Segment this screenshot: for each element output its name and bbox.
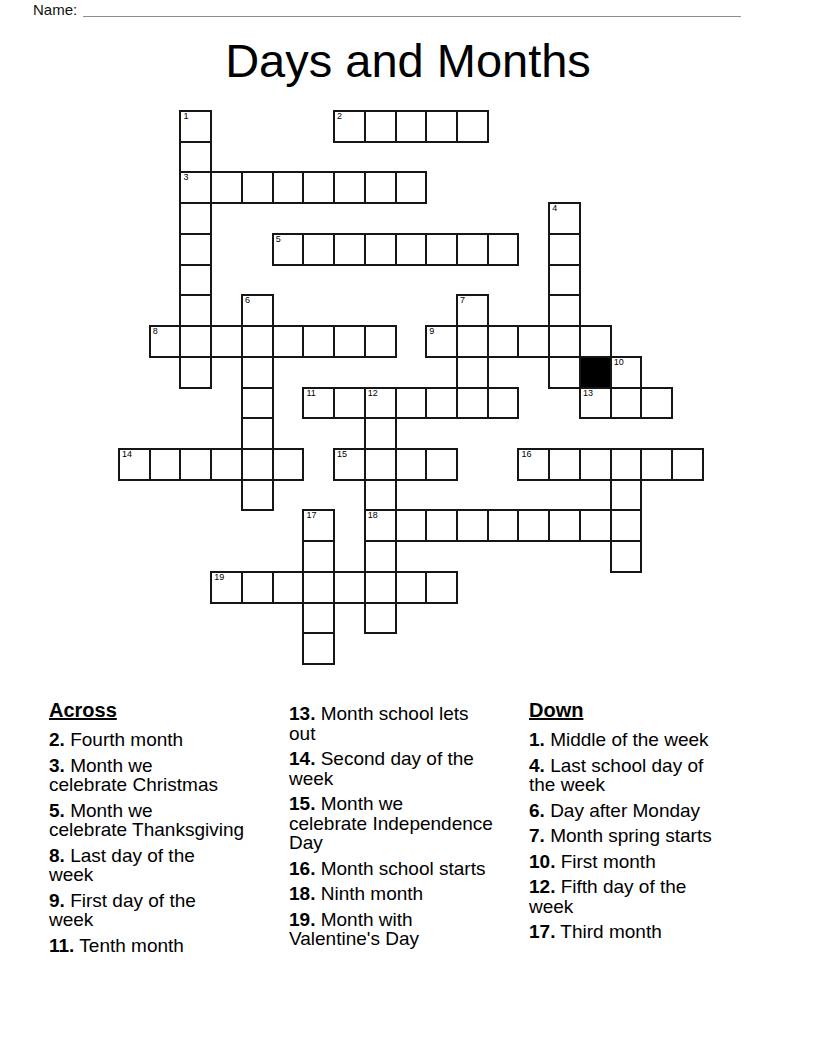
clue-across-2: 2. Fourth month <box>49 730 244 750</box>
grid-cell-r4c10[interactable] <box>425 233 458 266</box>
clue-across-5-line-2: celebrate Thanksgiving <box>49 820 244 840</box>
clue-down-10-line-1: 10. First month <box>529 852 712 872</box>
cell-number-14: 14 <box>122 449 132 460</box>
clue-down-6: 6. Day after Monday <box>529 801 712 821</box>
grid-cell-r11c10[interactable] <box>425 448 458 481</box>
clue-down-1-line-1: 1. Middle of the week <box>529 730 712 750</box>
clue-across-19-line-1: 19. Month with <box>289 910 493 930</box>
grid-cell-r14c6[interactable] <box>302 540 335 573</box>
clue-number: 1. <box>529 729 545 750</box>
clue-number: 3. <box>49 755 65 776</box>
grid-cell-r11c0[interactable]: 14 <box>118 448 151 481</box>
grid-cell-r10c4[interactable] <box>241 417 274 450</box>
grid-cell-r10c8[interactable] <box>364 417 397 450</box>
clue-across-13: 13. Month school letsout <box>289 704 493 743</box>
grid-cell-r11c7[interactable]: 15 <box>333 448 366 481</box>
grid-cell-r6c4[interactable]: 6 <box>241 294 274 327</box>
clue-number: 9. <box>49 890 65 911</box>
grid-cell-r7c1[interactable]: 8 <box>149 325 182 358</box>
across-clues-column-1: Across 2. Fourth month3. Month wecelebra… <box>49 699 244 961</box>
clue-down-12: 12. Fifth day of theweek <box>529 877 712 916</box>
clue-across-11-line-1: 11. Tenth month <box>49 936 244 956</box>
cell-number-11: 11 <box>306 388 315 399</box>
grid-cell-r13c6[interactable]: 17 <box>302 509 335 542</box>
grid-cell-r15c5[interactable] <box>272 571 305 604</box>
down-clues-column: Down 1. Middle of the week4. Last school… <box>529 699 712 948</box>
grid-cell-r15c4[interactable] <box>241 571 274 604</box>
crossword-worksheet-page: Name: Days and Months 123456789101112131… <box>0 0 816 1056</box>
grid-cell-r15c3[interactable]: 19 <box>210 571 243 604</box>
clue-number: 11. <box>49 935 74 956</box>
grid-cell-r14c16[interactable] <box>610 540 643 573</box>
cell-number-12: 12 <box>368 388 378 399</box>
grid-cell-r8c16[interactable]: 10 <box>610 356 643 389</box>
black-cell-r8c15 <box>579 356 612 389</box>
cell-number-15: 15 <box>337 449 347 460</box>
across-heading: Across <box>49 699 244 722</box>
cell-number-19: 19 <box>214 572 224 583</box>
grid-cell-r2c3[interactable] <box>210 171 243 204</box>
grid-cell-r9c12[interactable] <box>487 387 520 420</box>
clue-number: 4. <box>529 755 545 776</box>
grid-cell-r2c2[interactable]: 3 <box>179 171 212 204</box>
clue-number: 16. <box>289 858 315 879</box>
grid-cell-r3c2[interactable] <box>179 202 212 235</box>
clue-across-8-line-2: week <box>49 865 244 885</box>
grid-cell-r11c5[interactable] <box>272 448 305 481</box>
cell-number-10: 10 <box>614 357 624 368</box>
clue-across-16-line-1: 16. Month school starts <box>289 859 493 879</box>
grid-cell-r15c9[interactable] <box>395 571 428 604</box>
grid-cell-r4c6[interactable] <box>302 233 335 266</box>
clue-number: 12. <box>529 876 555 897</box>
clue-across-5-line-1: 5. Month we <box>49 801 244 821</box>
grid-cell-r15c6[interactable] <box>302 571 335 604</box>
clue-down-4-line-1: 4. Last school day of <box>529 756 712 776</box>
cell-number-16: 16 <box>521 449 531 460</box>
clue-across-8: 8. Last day of theweek <box>49 846 244 885</box>
grid-cell-r11c13[interactable]: 16 <box>517 448 550 481</box>
grid-cell-r9c4[interactable] <box>241 387 274 420</box>
grid-cell-r4c12[interactable] <box>487 233 520 266</box>
grid-cell-r11c9[interactable] <box>395 448 428 481</box>
grid-cell-r8c4[interactable] <box>241 356 274 389</box>
cell-number-17: 17 <box>306 510 316 521</box>
grid-cell-r12c4[interactable] <box>241 479 274 512</box>
grid-cell-r11c3[interactable] <box>210 448 243 481</box>
clue-across-9-line-1: 9. First day of the <box>49 891 244 911</box>
grid-cell-r13c14[interactable] <box>548 509 581 542</box>
grid-cell-r12c8[interactable] <box>364 479 397 512</box>
grid-cell-r0c10[interactable] <box>425 110 458 143</box>
grid-cell-r7c8[interactable] <box>364 325 397 358</box>
grid-cell-r9c7[interactable] <box>333 387 366 420</box>
clue-down-1: 1. Middle of the week <box>529 730 712 750</box>
cell-number-7: 7 <box>460 295 465 306</box>
grid-cell-r0c7[interactable]: 2 <box>333 110 366 143</box>
grid-cell-r2c5[interactable] <box>272 171 305 204</box>
cell-number-1: 1 <box>183 111 188 122</box>
clue-across-2-line-1: 2. Fourth month <box>49 730 244 750</box>
grid-cell-r11c1[interactable] <box>149 448 182 481</box>
clue-down-17: 17. Third month <box>529 922 712 942</box>
grid-cell-r7c15[interactable] <box>579 325 612 358</box>
clue-number: 7. <box>529 825 545 846</box>
grid-cell-r13c11[interactable] <box>456 509 489 542</box>
grid-cell-r7c11[interactable] <box>456 325 489 358</box>
grid-cell-r9c17[interactable] <box>640 387 673 420</box>
clue-across-9: 9. First day of theweek <box>49 891 244 930</box>
clue-across-3: 3. Month wecelebrate Christmas <box>49 756 244 795</box>
grid-cell-r15c8[interactable] <box>364 571 397 604</box>
clue-down-17-line-1: 17. Third month <box>529 922 712 942</box>
grid-cell-r13c9[interactable] <box>395 509 428 542</box>
cell-number-5: 5 <box>276 234 281 245</box>
cell-number-3: 3 <box>183 172 188 183</box>
grid-cell-r7c5[interactable] <box>272 325 305 358</box>
clue-across-15-line-2: celebrate Independence <box>289 814 493 834</box>
grid-cell-r13c15[interactable] <box>579 509 612 542</box>
clue-across-14-line-1: 14. Second day of the <box>289 749 493 769</box>
grid-cell-r13c16[interactable] <box>610 509 643 542</box>
clue-number: 5. <box>49 800 65 821</box>
clue-down-4-line-2: the week <box>529 775 712 795</box>
across-clue-list-1: 2. Fourth month3. Month wecelebrate Chri… <box>49 730 244 955</box>
clue-number: 17. <box>529 921 555 942</box>
grid-cell-r17c6[interactable] <box>302 632 335 665</box>
clue-down-10: 10. First month <box>529 852 712 872</box>
grid-cell-r9c10[interactable] <box>425 387 458 420</box>
grid-cell-r7c3[interactable] <box>210 325 243 358</box>
clue-across-8-line-1: 8. Last day of the <box>49 846 244 866</box>
clue-across-5: 5. Month wecelebrate Thanksgiving <box>49 801 244 840</box>
grid-cell-r11c14[interactable] <box>548 448 581 481</box>
grid-cell-r0c2[interactable]: 1 <box>179 110 212 143</box>
clue-across-13-line-2: out <box>289 724 493 744</box>
name-label: Name: <box>33 1 77 18</box>
cell-number-2: 2 <box>337 111 342 122</box>
grid-cell-r0c11[interactable] <box>456 110 489 143</box>
clue-number: 15. <box>289 793 315 814</box>
grid-cell-r13c10[interactable] <box>425 509 458 542</box>
clue-number: 18. <box>289 883 315 904</box>
grid-cell-r12c16[interactable] <box>610 479 643 512</box>
grid-cell-r4c9[interactable] <box>395 233 428 266</box>
grid-cell-r4c5[interactable]: 5 <box>272 233 305 266</box>
down-clue-list: 1. Middle of the week4. Last school day … <box>529 730 712 942</box>
grid-cell-r9c11[interactable] <box>456 387 489 420</box>
clue-across-3-line-1: 3. Month we <box>49 756 244 776</box>
clue-across-11: 11. Tenth month <box>49 936 244 956</box>
grid-cell-r11c4[interactable] <box>241 448 274 481</box>
grid-cell-r2c7[interactable] <box>333 171 366 204</box>
cell-number-9: 9 <box>429 326 434 337</box>
cell-number-4: 4 <box>552 203 557 214</box>
name-input-line[interactable] <box>83 0 741 17</box>
clue-across-16: 16. Month school starts <box>289 859 493 879</box>
grid-cell-r6c11[interactable]: 7 <box>456 294 489 327</box>
clue-number: 6. <box>529 800 545 821</box>
clue-down-7-line-1: 7. Month spring starts <box>529 826 712 846</box>
grid-cell-r7c2[interactable] <box>179 325 212 358</box>
clue-number: 10. <box>529 851 555 872</box>
clue-across-19-line-2: Valentine's Day <box>289 929 493 949</box>
grid-cell-r11c16[interactable] <box>610 448 643 481</box>
grid-cell-r4c14[interactable] <box>548 233 581 266</box>
grid-cell-r2c9[interactable] <box>395 171 428 204</box>
grid-cell-r4c7[interactable] <box>333 233 366 266</box>
grid-cell-r7c10[interactable]: 9 <box>425 325 458 358</box>
clue-number: 13. <box>289 703 315 724</box>
grid-cell-r8c14[interactable] <box>548 356 581 389</box>
grid-cell-r9c16[interactable] <box>610 387 643 420</box>
clue-across-15: 15. Month wecelebrate IndependenceDay <box>289 794 493 853</box>
puzzle-title: Days and Months <box>0 33 816 88</box>
grid-cell-r2c6[interactable] <box>302 171 335 204</box>
clue-number: 14. <box>289 748 315 769</box>
clue-down-6-line-1: 6. Day after Monday <box>529 801 712 821</box>
clue-across-19: 19. Month withValentine's Day <box>289 910 493 949</box>
clue-across-3-line-2: celebrate Christmas <box>49 775 244 795</box>
grid-cell-r14c8[interactable] <box>364 540 397 573</box>
clue-across-14: 14. Second day of theweek <box>289 749 493 788</box>
grid-cell-r0c8[interactable] <box>364 110 397 143</box>
clue-across-13-line-1: 13. Month school lets <box>289 704 493 724</box>
grid-cell-r13c8[interactable]: 18 <box>364 509 397 542</box>
grid-cell-r7c14[interactable] <box>548 325 581 358</box>
grid-cell-r15c7[interactable] <box>333 571 366 604</box>
cell-number-8: 8 <box>153 326 158 337</box>
grid-cell-r11c2[interactable] <box>179 448 212 481</box>
down-heading: Down <box>529 699 712 722</box>
grid-cell-r13c12[interactable] <box>487 509 520 542</box>
grid-cell-r11c8[interactable] <box>364 448 397 481</box>
grid-cell-r6c14[interactable] <box>548 294 581 327</box>
across-clue-list-2: 13. Month school letsout14. Second day o… <box>289 704 493 949</box>
grid-cell-r7c6[interactable] <box>302 325 335 358</box>
clue-down-4: 4. Last school day ofthe week <box>529 756 712 795</box>
grid-cell-r0c9[interactable] <box>395 110 428 143</box>
clue-number: 8. <box>49 845 65 866</box>
grid-cell-r11c15[interactable] <box>579 448 612 481</box>
grid-cell-r8c2[interactable] <box>179 356 212 389</box>
cell-number-13: 13 <box>583 388 593 399</box>
grid-cell-r9c9[interactable] <box>395 387 428 420</box>
grid-cell-r9c15[interactable]: 13 <box>579 387 612 420</box>
clue-across-14-line-2: week <box>289 769 493 789</box>
clue-across-9-line-2: week <box>49 910 244 930</box>
grid-cell-r9c6[interactable]: 11 <box>302 387 335 420</box>
clue-across-15-line-3: Day <box>289 833 493 853</box>
grid-cell-r15c10[interactable] <box>425 571 458 604</box>
clue-across-18: 18. Ninth month <box>289 884 493 904</box>
grid-cell-r7c12[interactable] <box>487 325 520 358</box>
grid-cell-r2c8[interactable] <box>364 171 397 204</box>
grid-cell-r6c2[interactable] <box>179 294 212 327</box>
cell-number-6: 6 <box>245 295 250 306</box>
grid-cell-r5c2[interactable] <box>179 264 212 297</box>
crossword-grid: 12345678910111213141516171819 <box>118 110 704 666</box>
grid-cell-r16c8[interactable] <box>364 602 397 635</box>
cell-number-18: 18 <box>368 510 378 521</box>
clue-across-15-line-1: 15. Month we <box>289 794 493 814</box>
grid-cell-r1c2[interactable] <box>179 141 212 174</box>
grid-cell-r7c13[interactable] <box>517 325 550 358</box>
grid-cell-r9c8[interactable]: 12 <box>364 387 397 420</box>
clue-number: 2. <box>49 729 65 750</box>
grid-cell-r4c2[interactable] <box>179 233 212 266</box>
grid-cell-r4c8[interactable] <box>364 233 397 266</box>
grid-cell-r2c4[interactable] <box>241 171 274 204</box>
grid-cell-r11c17[interactable] <box>640 448 673 481</box>
grid-cell-r8c11[interactable] <box>456 356 489 389</box>
grid-cell-r5c14[interactable] <box>548 264 581 297</box>
clue-number: 19. <box>289 909 315 930</box>
grid-cell-r11c18[interactable] <box>671 448 704 481</box>
grid-cell-r3c14[interactable]: 4 <box>548 202 581 235</box>
clue-across-18-line-1: 18. Ninth month <box>289 884 493 904</box>
clue-down-7: 7. Month spring starts <box>529 826 712 846</box>
grid-cell-r7c4[interactable] <box>241 325 274 358</box>
clue-down-12-line-2: week <box>529 897 712 917</box>
grid-cell-r16c6[interactable] <box>302 602 335 635</box>
grid-cell-r13c13[interactable] <box>517 509 550 542</box>
grid-cell-r4c11[interactable] <box>456 233 489 266</box>
across-clues-column-2: 13. Month school letsout14. Second day o… <box>289 699 493 955</box>
clue-down-12-line-1: 12. Fifth day of the <box>529 877 712 897</box>
grid-cell-r7c7[interactable] <box>333 325 366 358</box>
